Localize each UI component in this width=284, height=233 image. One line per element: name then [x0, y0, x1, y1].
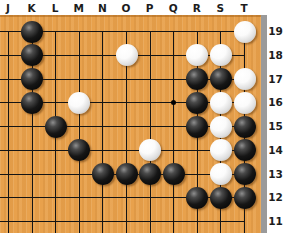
column-label-r: R [193, 1, 201, 15]
column-label-q: Q [169, 1, 178, 15]
grid-line-col-J [8, 31, 9, 233]
grid-line-row-11 [0, 221, 245, 222]
stone-black-t13[interactable] [234, 163, 256, 185]
stone-black-r16[interactable] [186, 92, 208, 114]
stone-black-p13[interactable] [139, 163, 161, 185]
stone-white-s14[interactable] [210, 139, 232, 161]
go-diagram: JKLMNOPQRST 191817161514131211 [0, 0, 284, 233]
stone-white-o18[interactable] [116, 44, 138, 66]
grid-line-row-14 [0, 150, 245, 151]
row-label-14: 14 [267, 144, 284, 156]
stone-black-k17[interactable] [21, 68, 43, 90]
grid-line-col-P [150, 31, 151, 233]
stone-white-t19[interactable] [234, 21, 256, 43]
stone-black-t14[interactable] [234, 139, 256, 161]
stone-black-s17[interactable] [210, 68, 232, 90]
column-label-j: J [6, 1, 10, 15]
column-label-s: S [217, 1, 225, 15]
row-label-13: 13 [267, 168, 284, 180]
stone-black-l15[interactable] [45, 116, 67, 138]
row-label-12: 12 [267, 191, 284, 203]
stone-white-s16[interactable] [210, 92, 232, 114]
column-label-o: O [122, 1, 131, 15]
grid-line-col-M [79, 31, 80, 233]
row-label-19: 19 [267, 25, 284, 37]
grid-line-col-Q [173, 31, 174, 233]
stone-black-r15[interactable] [186, 116, 208, 138]
stone-black-t12[interactable] [234, 187, 256, 209]
stone-white-t17[interactable] [234, 68, 256, 90]
column-label-l: L [52, 1, 59, 15]
stone-black-o13[interactable] [116, 163, 138, 185]
column-label-m: M [74, 1, 84, 15]
stone-black-n13[interactable] [92, 163, 114, 185]
stone-black-k16[interactable] [21, 92, 43, 114]
stone-black-t15[interactable] [234, 116, 256, 138]
stone-black-q13[interactable] [163, 163, 185, 185]
row-label-11: 11 [267, 215, 284, 227]
stone-black-r12[interactable] [186, 187, 208, 209]
row-label-15: 15 [267, 120, 284, 132]
stone-white-s18[interactable] [210, 44, 232, 66]
stone-white-t16[interactable] [234, 92, 256, 114]
stone-black-s12[interactable] [210, 187, 232, 209]
grid-line-col-N [102, 31, 103, 233]
stone-white-s13[interactable] [210, 163, 232, 185]
stone-black-k19[interactable] [21, 21, 43, 43]
column-label-k: K [28, 1, 36, 15]
column-label-n: N [98, 1, 107, 15]
column-label-t: T [240, 1, 247, 15]
stone-white-m16[interactable] [68, 92, 90, 114]
column-label-p: P [146, 1, 154, 15]
row-label-16: 16 [267, 96, 284, 108]
row-label-17: 17 [267, 73, 284, 85]
stone-white-s15[interactable] [210, 116, 232, 138]
row-label-18: 18 [267, 49, 284, 61]
